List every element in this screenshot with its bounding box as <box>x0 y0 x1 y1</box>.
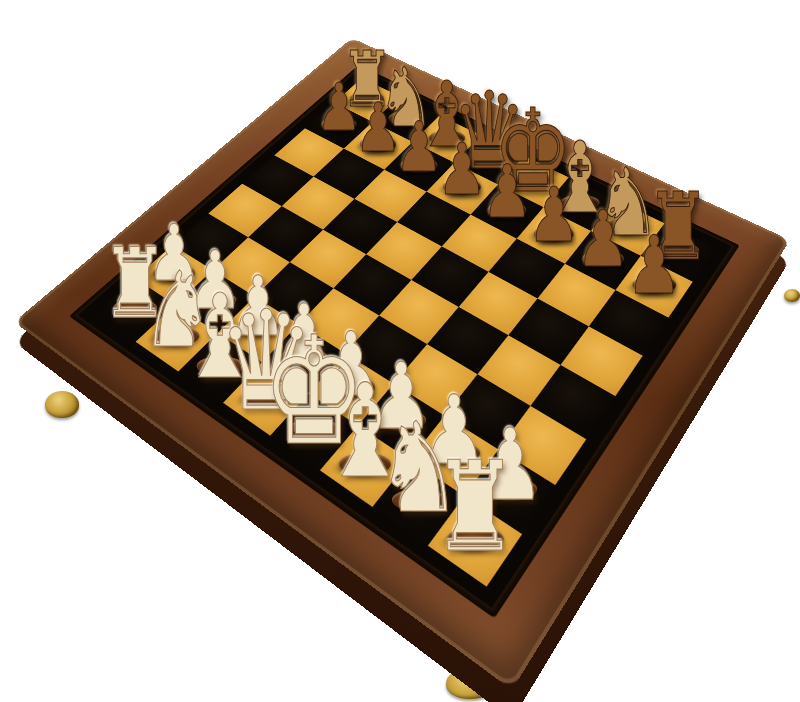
piece-black-pawn-d7[interactable]: ♟ <box>437 134 487 205</box>
chess-set-photo: Angled overhead photograph of a wooden c… <box>0 0 800 702</box>
piece-black-pawn-f7[interactable]: ♟ <box>528 177 581 252</box>
piece-black-pawn-e7[interactable]: ♟ <box>482 155 533 228</box>
brass-foot-left <box>45 391 79 418</box>
piece-black-pawn-g7[interactable]: ♟ <box>576 201 630 279</box>
piece-black-pawn-h7[interactable]: ♟ <box>626 225 682 305</box>
piece-white-rook-h1[interactable]: ♜ <box>432 445 519 569</box>
brass-foot-right <box>784 289 800 302</box>
